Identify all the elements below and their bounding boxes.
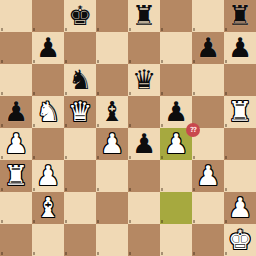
white-pawn-icon[interactable]: ♟ xyxy=(192,160,224,192)
square-g7[interactable]: ♟ xyxy=(192,32,224,64)
square-c5[interactable]: ♛ xyxy=(64,96,96,128)
black-pawn-icon[interactable]: ♟ xyxy=(32,32,64,64)
square-e6[interactable]: ♛ xyxy=(128,64,160,96)
square-b2[interactable]: ♝ xyxy=(32,192,64,224)
square-b4[interactable] xyxy=(32,128,64,160)
square-c7[interactable] xyxy=(64,32,96,64)
square-a7[interactable] xyxy=(0,32,32,64)
square-c8[interactable]: ♚ xyxy=(64,0,96,32)
black-bishop-icon[interactable]: ♝ xyxy=(96,96,128,128)
square-e1[interactable] xyxy=(128,224,160,256)
square-e2[interactable] xyxy=(128,192,160,224)
square-d6[interactable] xyxy=(96,64,128,96)
square-c6[interactable]: ♞ xyxy=(64,64,96,96)
black-pawn-icon[interactable]: ♟ xyxy=(160,96,192,128)
square-b1[interactable] xyxy=(32,224,64,256)
square-d2[interactable] xyxy=(96,192,128,224)
square-h4[interactable] xyxy=(224,128,256,160)
white-rook-icon[interactable]: ♜ xyxy=(0,160,32,192)
black-rook-icon[interactable]: ♜ xyxy=(128,0,160,32)
black-king-icon[interactable]: ♚ xyxy=(64,0,96,32)
square-b3[interactable]: ♟ xyxy=(32,160,64,192)
square-e8[interactable]: ♜ xyxy=(128,0,160,32)
square-f2[interactable] xyxy=(160,192,192,224)
square-b6[interactable] xyxy=(32,64,64,96)
white-pawn-icon[interactable]: ♟ xyxy=(0,128,32,160)
square-d5[interactable]: ♝ xyxy=(96,96,128,128)
black-pawn-icon[interactable]: ♟ xyxy=(224,32,256,64)
white-knight-icon[interactable]: ♞ xyxy=(32,96,64,128)
square-d3[interactable] xyxy=(96,160,128,192)
white-pawn-icon[interactable]: ♟ xyxy=(224,192,256,224)
square-e3[interactable] xyxy=(128,160,160,192)
square-a6[interactable] xyxy=(0,64,32,96)
white-pawn-icon[interactable]: ♟ xyxy=(32,160,64,192)
white-queen-icon[interactable]: ♛ xyxy=(64,96,96,128)
square-h1[interactable]: ♚ xyxy=(224,224,256,256)
square-c3[interactable] xyxy=(64,160,96,192)
square-b8[interactable] xyxy=(32,0,64,32)
square-h3[interactable] xyxy=(224,160,256,192)
black-rook-icon[interactable]: ♜ xyxy=(224,0,256,32)
white-rook-icon[interactable]: ♜ xyxy=(224,96,256,128)
white-king-icon[interactable]: ♚ xyxy=(224,224,256,256)
square-f6[interactable] xyxy=(160,64,192,96)
square-g6[interactable] xyxy=(192,64,224,96)
square-h8[interactable]: ♜ xyxy=(224,0,256,32)
blunder-badge: ?? xyxy=(186,123,200,137)
square-a2[interactable] xyxy=(0,192,32,224)
square-h6[interactable] xyxy=(224,64,256,96)
black-knight-icon[interactable]: ♞ xyxy=(64,64,96,96)
white-pawn-icon[interactable]: ♟ xyxy=(96,128,128,160)
square-f1[interactable] xyxy=(160,224,192,256)
black-queen-icon[interactable]: ♛ xyxy=(128,64,160,96)
square-d1[interactable] xyxy=(96,224,128,256)
square-f7[interactable] xyxy=(160,32,192,64)
square-g1[interactable] xyxy=(192,224,224,256)
square-a1[interactable] xyxy=(0,224,32,256)
square-g2[interactable] xyxy=(192,192,224,224)
square-a3[interactable]: ♜ xyxy=(0,160,32,192)
square-c1[interactable] xyxy=(64,224,96,256)
square-e7[interactable] xyxy=(128,32,160,64)
square-b5[interactable]: ♞ xyxy=(32,96,64,128)
black-pawn-icon[interactable]: ♟ xyxy=(0,96,32,128)
square-d7[interactable] xyxy=(96,32,128,64)
square-d8[interactable] xyxy=(96,0,128,32)
white-bishop-icon[interactable]: ♝ xyxy=(32,192,64,224)
black-pawn-icon[interactable]: ♟ xyxy=(128,128,160,160)
square-f5[interactable]: ♟ xyxy=(160,96,192,128)
square-b7[interactable]: ♟ xyxy=(32,32,64,64)
square-f3[interactable] xyxy=(160,160,192,192)
square-a4[interactable]: ♟ xyxy=(0,128,32,160)
square-f8[interactable] xyxy=(160,0,192,32)
square-h7[interactable]: ♟ xyxy=(224,32,256,64)
chess-board: ♚♜♜♟♟♟♞♛♟♞♛♝♟♜♟♟♟♟♜♟♟♝♟♚ xyxy=(0,0,256,256)
square-c4[interactable] xyxy=(64,128,96,160)
chess-board-wrap: ♚♜♜♟♟♟♞♛♟♞♛♝♟♜♟♟♟♟♜♟♟♝♟♚ ?? xyxy=(0,0,256,256)
square-g3[interactable]: ♟ xyxy=(192,160,224,192)
square-g8[interactable] xyxy=(192,0,224,32)
square-d4[interactable]: ♟ xyxy=(96,128,128,160)
square-e5[interactable] xyxy=(128,96,160,128)
square-a8[interactable] xyxy=(0,0,32,32)
square-a5[interactable]: ♟ xyxy=(0,96,32,128)
square-c2[interactable] xyxy=(64,192,96,224)
black-pawn-icon[interactable]: ♟ xyxy=(192,32,224,64)
square-h5[interactable]: ♜ xyxy=(224,96,256,128)
square-h2[interactable]: ♟ xyxy=(224,192,256,224)
square-e4[interactable]: ♟ xyxy=(128,128,160,160)
